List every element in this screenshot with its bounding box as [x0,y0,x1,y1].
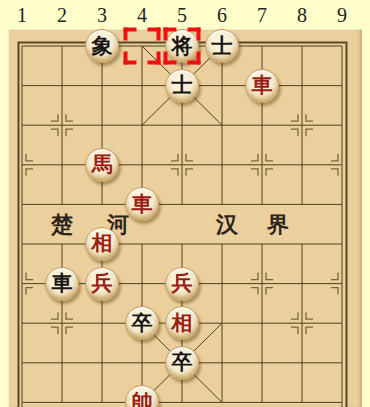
intersection-c7r3[interactable] [242,105,282,145]
piece-red-soldier[interactable]: 兵 [165,267,199,301]
intersection-c3r1[interactable]: 象 [82,26,122,66]
intersection-c7r7[interactable] [242,264,282,304]
intersection-c6r1[interactable]: 士 [202,26,242,66]
last-move-from-marker [124,28,161,65]
intersection-c3r4[interactable]: 馬 [82,145,122,185]
intersection-c5r1[interactable]: 将 [162,26,202,66]
piece-black-elephant[interactable]: 象 [85,29,119,63]
intersection-c3r9[interactable] [82,343,122,383]
intersection-c1r4[interactable] [2,145,42,185]
intersection-c4r5[interactable]: 車 [122,185,162,225]
piece-black-chariot[interactable]: 車 [45,267,79,301]
intersection-c2r7[interactable]: 車 [42,264,82,304]
piece-red-soldier[interactable]: 兵 [85,267,119,301]
intersection-c4r2[interactable] [122,66,162,106]
intersection-c5r4[interactable] [162,145,202,185]
intersection-c2r6[interactable] [42,224,82,264]
intersection-c8r4[interactable] [282,145,322,185]
intersection-c1r1[interactable] [2,26,42,66]
intersection-c4r6[interactable] [122,224,162,264]
intersection-c3r2[interactable] [82,66,122,106]
intersection-c5r8[interactable]: 相 [162,303,202,343]
column-label-5: 5 [171,3,193,27]
intersection-c9r1[interactable] [322,26,362,66]
intersection-c5r7[interactable]: 兵 [162,264,202,304]
column-label-7: 7 [251,3,273,27]
intersection-c2r2[interactable] [42,66,82,106]
piece-red-general[interactable]: 帥 [125,385,159,407]
intersection-c9r8[interactable] [322,303,362,343]
intersection-c8r6[interactable] [282,224,322,264]
intersection-c6r3[interactable] [202,105,242,145]
intersection-c5r10[interactable] [162,383,202,407]
intersection-c5r2[interactable]: 士 [162,66,202,106]
intersection-c4r1[interactable] [122,26,162,66]
intersection-c2r5[interactable] [42,185,82,225]
intersection-c3r7[interactable]: 兵 [82,264,122,304]
intersection-c4r3[interactable] [122,105,162,145]
intersection-c5r9[interactable]: 卒 [162,343,202,383]
intersection-c7r6[interactable] [242,224,282,264]
piece-red-chariot[interactable]: 車 [245,69,279,103]
intersection-c9r9[interactable] [322,343,362,383]
intersection-c3r3[interactable] [82,105,122,145]
intersection-c9r6[interactable] [322,224,362,264]
intersection-c9r2[interactable] [322,66,362,106]
intersection-c2r4[interactable] [42,145,82,185]
column-label-2: 2 [51,3,73,27]
intersection-c6r8[interactable] [202,303,242,343]
intersection-c7r2[interactable]: 車 [242,66,282,106]
intersection-c1r2[interactable] [2,66,42,106]
intersection-c8r10[interactable] [282,383,322,407]
intersection-c8r2[interactable] [282,66,322,106]
intersection-c7r10[interactable] [242,383,282,407]
piece-black-soldier[interactable]: 卒 [125,306,159,340]
intersection-c9r10[interactable] [322,383,362,407]
column-label-9: 9 [331,3,353,27]
intersection-c3r10[interactable] [82,383,122,407]
piece-black-soldier[interactable]: 卒 [165,346,199,380]
intersection-c1r8[interactable] [2,303,42,343]
column-label-3: 3 [91,3,113,27]
intersection-c4r4[interactable] [122,145,162,185]
intersection-c3r8[interactable] [82,303,122,343]
intersection-c8r1[interactable] [282,26,322,66]
intersection-c9r5[interactable] [322,185,362,225]
column-label-1: 1 [11,3,33,27]
piece-black-advisor[interactable]: 士 [165,69,199,103]
xiangqi-board: 楚河汉界 象将士士車馬車相車兵兵卒相卒帥 [8,29,362,407]
intersection-c9r7[interactable] [322,264,362,304]
intersection-c2r3[interactable] [42,105,82,145]
intersection-c4r10[interactable]: 帥 [122,383,162,407]
column-labels: 123456789 [0,0,370,29]
intersection-c4r8[interactable]: 卒 [122,303,162,343]
intersection-c9r4[interactable] [322,145,362,185]
intersection-c7r1[interactable] [242,26,282,66]
intersection-c6r6[interactable] [202,224,242,264]
intersection-c8r7[interactable] [282,264,322,304]
board-grid: 象将士士車馬車相車兵兵卒相卒帥 [2,26,362,407]
intersection-c2r9[interactable] [42,343,82,383]
intersection-c2r8[interactable] [42,303,82,343]
intersection-c6r10[interactable] [202,383,242,407]
piece-red-elephant[interactable]: 相 [165,306,199,340]
intersection-c1r10[interactable] [2,383,42,407]
column-label-6: 6 [211,3,233,27]
intersection-c1r7[interactable] [2,264,42,304]
intersection-c4r7[interactable] [122,264,162,304]
intersection-c9r3[interactable] [322,105,362,145]
intersection-c7r5[interactable] [242,185,282,225]
intersection-c8r9[interactable] [282,343,322,383]
column-label-4: 4 [131,3,153,27]
intersection-c8r8[interactable] [282,303,322,343]
intersection-c6r9[interactable] [202,343,242,383]
intersection-c8r3[interactable] [282,105,322,145]
intersection-c7r8[interactable] [242,303,282,343]
piece-black-advisor[interactable]: 士 [205,29,239,63]
xiangqi-app: 123456789 楚河汉界 象将士士車馬車相車兵兵卒相卒帥 [0,0,370,407]
intersection-c5r3[interactable] [162,105,202,145]
intersection-c7r9[interactable] [242,343,282,383]
intersection-c5r5[interactable] [162,185,202,225]
piece-red-horse[interactable]: 馬 [85,148,119,182]
intersection-c6r7[interactable] [202,264,242,304]
intersection-c2r1[interactable] [42,26,82,66]
intersection-c2r10[interactable] [42,383,82,407]
intersection-c1r3[interactable] [2,105,42,145]
intersection-c6r5[interactable] [202,185,242,225]
intersection-c8r5[interactable] [282,185,322,225]
intersection-c3r6[interactable]: 相 [82,224,122,264]
piece-red-elephant[interactable]: 相 [85,227,119,261]
intersection-c1r9[interactable] [2,343,42,383]
intersection-c6r4[interactable] [202,145,242,185]
intersection-c1r5[interactable] [2,185,42,225]
intersection-c4r9[interactable] [122,343,162,383]
intersection-c1r6[interactable] [2,224,42,264]
piece-black-general[interactable]: 将 [165,29,199,63]
intersection-c7r4[interactable] [242,145,282,185]
column-label-8: 8 [291,3,313,27]
intersection-c3r5[interactable] [82,185,122,225]
intersection-c6r2[interactable] [202,66,242,106]
intersection-c5r6[interactable] [162,224,202,264]
piece-red-chariot[interactable]: 車 [125,187,159,221]
